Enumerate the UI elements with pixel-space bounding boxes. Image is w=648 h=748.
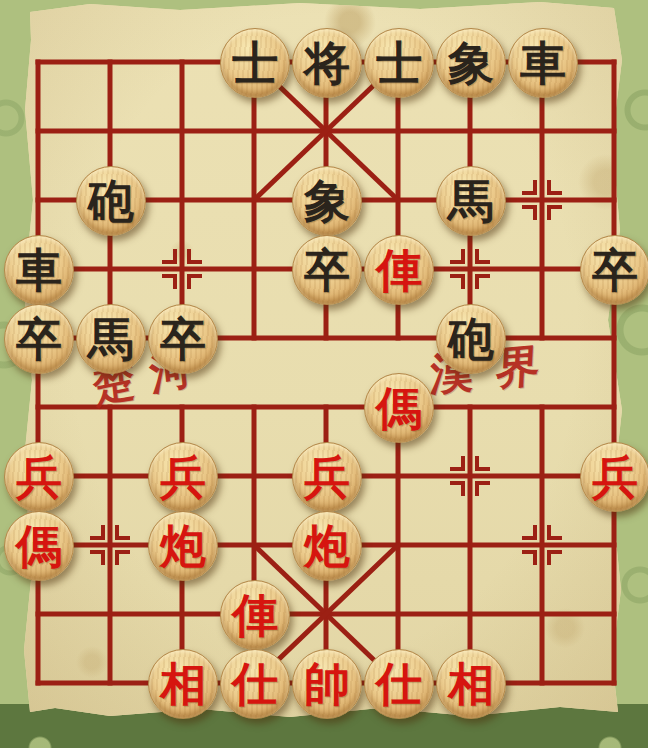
piece-glyph: 相 (448, 650, 494, 718)
piece-red-horse[interactable]: 傌 (4, 511, 74, 581)
piece-glyph: 仕 (232, 650, 278, 718)
piece-black-elephant[interactable]: 象 (436, 28, 506, 98)
piece-glyph: 兵 (160, 443, 206, 511)
piece-glyph: 士 (232, 29, 278, 97)
piece-glyph: 傌 (16, 512, 62, 580)
piece-glyph: 兵 (16, 443, 62, 511)
piece-glyph: 車 (16, 236, 62, 304)
piece-black-horse[interactable]: 馬 (436, 166, 506, 236)
piece-red-chariot[interactable]: 俥 (220, 580, 290, 650)
piece-glyph: 馬 (448, 167, 494, 235)
xiangqi-app: 楚河 漢界 士将士象車砲象馬車卒卒卒馬卒砲俥傌兵兵兵兵傌炮炮俥相仕帥仕相 (0, 0, 648, 748)
piece-black-horse[interactable]: 馬 (76, 304, 146, 374)
piece-black-advisor[interactable]: 士 (364, 28, 434, 98)
piece-glyph: 炮 (160, 512, 206, 580)
piece-glyph: 象 (448, 29, 494, 97)
piece-glyph: 相 (160, 650, 206, 718)
piece-black-soldier[interactable]: 卒 (4, 304, 74, 374)
piece-red-soldier[interactable]: 兵 (580, 442, 648, 512)
piece-red-chariot[interactable]: 俥 (364, 235, 434, 305)
piece-glyph: 傌 (376, 374, 422, 442)
piece-glyph: 兵 (304, 443, 350, 511)
piece-glyph: 炮 (304, 512, 350, 580)
piece-red-soldier[interactable]: 兵 (292, 442, 362, 512)
piece-glyph: 卒 (160, 305, 206, 373)
piece-glyph: 砲 (448, 305, 494, 373)
piece-red-advisor[interactable]: 仕 (364, 649, 434, 719)
piece-glyph: 車 (520, 29, 566, 97)
piece-red-advisor[interactable]: 仕 (220, 649, 290, 719)
piece-red-elephant[interactable]: 相 (436, 649, 506, 719)
piece-black-soldier[interactable]: 卒 (292, 235, 362, 305)
piece-black-cannon[interactable]: 砲 (436, 304, 506, 374)
piece-glyph: 士 (376, 29, 422, 97)
piece-glyph: 兵 (592, 443, 638, 511)
piece-glyph: 将 (304, 29, 350, 97)
piece-black-general[interactable]: 将 (292, 28, 362, 98)
piece-black-soldier[interactable]: 卒 (580, 235, 648, 305)
piece-red-elephant[interactable]: 相 (148, 649, 218, 719)
piece-red-horse[interactable]: 傌 (364, 373, 434, 443)
piece-black-chariot[interactable]: 車 (4, 235, 74, 305)
pieces-layer: 士将士象車砲象馬車卒卒卒馬卒砲俥傌兵兵兵兵傌炮炮俥相仕帥仕相 (0, 0, 648, 748)
piece-glyph: 卒 (16, 305, 62, 373)
piece-red-cannon[interactable]: 炮 (148, 511, 218, 581)
piece-glyph: 俥 (232, 581, 278, 649)
piece-black-advisor[interactable]: 士 (220, 28, 290, 98)
piece-black-elephant[interactable]: 象 (292, 166, 362, 236)
piece-glyph: 馬 (88, 305, 134, 373)
piece-glyph: 仕 (376, 650, 422, 718)
piece-glyph: 卒 (304, 236, 350, 304)
piece-red-soldier[interactable]: 兵 (4, 442, 74, 512)
piece-glyph: 卒 (592, 236, 638, 304)
piece-black-soldier[interactable]: 卒 (148, 304, 218, 374)
piece-glyph: 砲 (88, 167, 134, 235)
piece-red-soldier[interactable]: 兵 (148, 442, 218, 512)
piece-glyph: 象 (304, 167, 350, 235)
piece-red-general[interactable]: 帥 (292, 649, 362, 719)
piece-glyph: 俥 (376, 236, 422, 304)
piece-red-cannon[interactable]: 炮 (292, 511, 362, 581)
piece-black-chariot[interactable]: 車 (508, 28, 578, 98)
piece-glyph: 帥 (304, 650, 350, 718)
piece-black-cannon[interactable]: 砲 (76, 166, 146, 236)
